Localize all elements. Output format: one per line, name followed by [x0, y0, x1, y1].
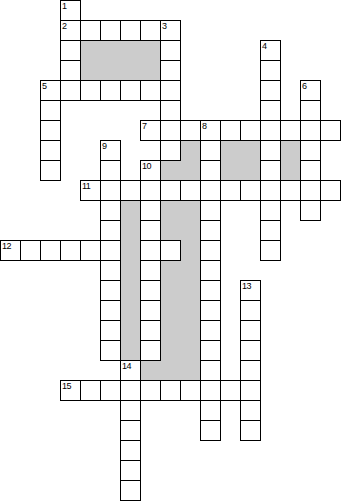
crossword-board: 123456789101112131415: [0, 0, 341, 501]
cell[interactable]: [260, 220, 281, 241]
cell[interactable]: [140, 280, 161, 301]
picture-block: [160, 220, 181, 241]
cell[interactable]: [200, 400, 221, 421]
cell[interactable]: [140, 320, 161, 341]
cell[interactable]: [160, 40, 181, 61]
picture-block: [120, 40, 141, 61]
cell[interactable]: [200, 260, 221, 281]
cell[interactable]: [40, 120, 61, 141]
cell[interactable]: [320, 120, 341, 141]
cell[interactable]: [260, 240, 281, 261]
cell[interactable]: [100, 340, 121, 361]
cell[interactable]: [120, 380, 141, 401]
cell[interactable]: [300, 80, 321, 101]
cell[interactable]: [160, 60, 181, 81]
cell[interactable]: [100, 80, 121, 101]
picture-block: [180, 340, 201, 361]
picture-block: [180, 260, 201, 281]
cell[interactable]: [240, 120, 261, 141]
cell[interactable]: [100, 240, 121, 261]
cell[interactable]: [60, 20, 81, 41]
cell[interactable]: [40, 80, 61, 101]
cell[interactable]: [100, 380, 121, 401]
cell[interactable]: [40, 240, 61, 261]
picture-block: [120, 300, 141, 321]
picture-block: [120, 240, 141, 261]
cell[interactable]: [260, 40, 281, 61]
picture-block: [80, 60, 101, 81]
cell[interactable]: [140, 380, 161, 401]
picture-block: [140, 60, 161, 81]
cell[interactable]: [140, 240, 161, 261]
picture-block: [120, 320, 141, 341]
cell[interactable]: [140, 340, 161, 361]
cell[interactable]: [240, 400, 261, 421]
cell[interactable]: [140, 300, 161, 321]
cell[interactable]: [300, 100, 321, 121]
cell[interactable]: [240, 420, 261, 441]
cell[interactable]: [200, 140, 221, 161]
cell[interactable]: [160, 80, 181, 101]
cell[interactable]: [240, 320, 261, 341]
cell[interactable]: [100, 280, 121, 301]
cell[interactable]: [260, 120, 281, 141]
picture-block: [120, 260, 141, 281]
cell[interactable]: [0, 240, 21, 261]
picture-block: [120, 200, 141, 221]
cell[interactable]: [60, 380, 81, 401]
cell[interactable]: [240, 300, 261, 321]
picture-block: [100, 60, 121, 81]
picture-block: [160, 360, 181, 381]
cell[interactable]: [200, 360, 221, 381]
cell[interactable]: [120, 360, 141, 381]
cell[interactable]: [320, 180, 341, 201]
cell[interactable]: [140, 160, 161, 181]
cell[interactable]: [240, 340, 261, 361]
cell[interactable]: [200, 420, 221, 441]
cell[interactable]: [180, 120, 201, 141]
cell[interactable]: [60, 40, 81, 61]
cell[interactable]: [100, 220, 121, 241]
cell[interactable]: [120, 20, 141, 41]
picture-block: [180, 320, 201, 341]
cell[interactable]: [40, 160, 61, 181]
cell[interactable]: [200, 340, 221, 361]
cell[interactable]: [140, 200, 161, 221]
picture-block: [80, 40, 101, 61]
picture-block: [180, 280, 201, 301]
picture-block: [180, 240, 201, 261]
cell[interactable]: [240, 180, 261, 201]
picture-block: [180, 160, 201, 181]
cell[interactable]: [300, 180, 321, 201]
cell[interactable]: [40, 100, 61, 121]
picture-block: [160, 200, 181, 221]
cell[interactable]: [280, 180, 301, 201]
picture-block: [180, 360, 201, 381]
picture-block: [140, 40, 161, 61]
cell[interactable]: [160, 20, 181, 41]
cell[interactable]: [120, 80, 141, 101]
cell[interactable]: [80, 80, 101, 101]
cell[interactable]: [200, 160, 221, 181]
cell[interactable]: [180, 180, 201, 201]
cell[interactable]: [280, 120, 301, 141]
picture-block: [220, 140, 241, 161]
cell[interactable]: [160, 380, 181, 401]
cell[interactable]: [100, 300, 121, 321]
picture-block: [180, 300, 201, 321]
cell[interactable]: [180, 380, 201, 401]
cell[interactable]: [100, 320, 121, 341]
cell[interactable]: [300, 160, 321, 181]
cell[interactable]: [100, 140, 121, 161]
cell[interactable]: [160, 180, 181, 201]
cell[interactable]: [160, 120, 181, 141]
cell[interactable]: [60, 240, 81, 261]
picture-block: [160, 340, 181, 361]
cell[interactable]: [100, 180, 121, 201]
picture-block: [120, 280, 141, 301]
cell[interactable]: [200, 280, 221, 301]
cell[interactable]: [120, 460, 141, 481]
cell[interactable]: [120, 180, 141, 201]
cell[interactable]: [200, 320, 221, 341]
cell[interactable]: [300, 140, 321, 161]
cell[interactable]: [140, 180, 161, 201]
cell[interactable]: [160, 240, 181, 261]
cell[interactable]: [60, 80, 81, 101]
picture-block: [280, 140, 301, 161]
cell[interactable]: [300, 200, 321, 221]
cell[interactable]: [140, 260, 161, 281]
cell[interactable]: [260, 160, 281, 181]
picture-block: [160, 300, 181, 321]
cell[interactable]: [80, 380, 101, 401]
cell[interactable]: [120, 480, 141, 501]
cell[interactable]: [20, 240, 41, 261]
picture-block: [120, 60, 141, 81]
cell[interactable]: [200, 200, 221, 221]
picture-block: [100, 40, 121, 61]
cell[interactable]: [80, 20, 101, 41]
cell[interactable]: [220, 120, 241, 141]
cell[interactable]: [200, 220, 221, 241]
cell[interactable]: [160, 100, 181, 121]
cell[interactable]: [120, 420, 141, 441]
cell[interactable]: [100, 200, 121, 221]
picture-block: [220, 160, 241, 181]
cell[interactable]: [220, 180, 241, 201]
picture-block: [240, 140, 261, 161]
picture-block: [180, 200, 201, 221]
cell[interactable]: [100, 20, 121, 41]
cell[interactable]: [260, 140, 281, 161]
cell[interactable]: [300, 120, 321, 141]
cell[interactable]: [120, 440, 141, 461]
picture-block: [120, 220, 141, 241]
cell[interactable]: [260, 180, 281, 201]
cell[interactable]: [200, 380, 221, 401]
picture-block: [120, 340, 141, 361]
cell[interactable]: [160, 140, 181, 161]
picture-block: [160, 260, 181, 281]
cell[interactable]: [240, 280, 261, 301]
cell[interactable]: [240, 360, 261, 381]
cell[interactable]: [260, 100, 281, 121]
picture-block: [160, 320, 181, 341]
cell[interactable]: [240, 380, 261, 401]
cell[interactable]: [100, 260, 121, 281]
cell[interactable]: [140, 20, 161, 41]
cell[interactable]: [260, 80, 281, 101]
cell[interactable]: [220, 380, 241, 401]
cell[interactable]: [260, 200, 281, 221]
cell[interactable]: [200, 240, 221, 261]
picture-block: [160, 160, 181, 181]
cell[interactable]: [260, 60, 281, 81]
picture-block: [240, 160, 261, 181]
picture-block: [180, 140, 201, 161]
cell[interactable]: [200, 300, 221, 321]
cell[interactable]: [80, 240, 101, 261]
cell[interactable]: [200, 180, 221, 201]
cell[interactable]: [60, 60, 81, 81]
cell[interactable]: [120, 400, 141, 421]
picture-block: [180, 220, 201, 241]
picture-block: [160, 280, 181, 301]
cell[interactable]: [40, 140, 61, 161]
picture-block: [280, 160, 301, 181]
cell[interactable]: [140, 80, 161, 101]
cell[interactable]: [140, 220, 161, 241]
cell[interactable]: [60, 0, 81, 21]
cell[interactable]: [80, 180, 101, 201]
picture-block: [140, 360, 161, 381]
cell[interactable]: [200, 120, 221, 141]
cell[interactable]: [140, 120, 161, 141]
cell[interactable]: [100, 160, 121, 181]
